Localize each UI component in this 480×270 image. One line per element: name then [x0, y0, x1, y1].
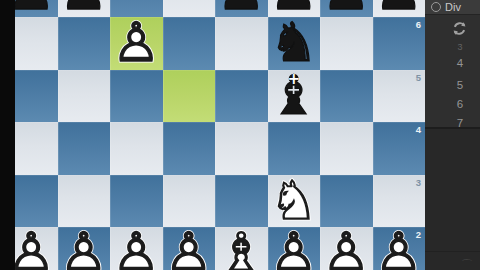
level-item-3[interactable]: 3 — [451, 41, 469, 53]
rank-label-5: 5 — [405, 72, 421, 83]
chess-board[interactable]: ♟♟♟♟♟♟♟♙♞♝+♞♘♟♙♟♙♟♙♟♙♝♗♟♙♟♙♟♙ 65432 — [0, 0, 425, 270]
black-pawn-e7[interactable]: ♟ — [215, 0, 268, 17]
level-item-4[interactable]: 4 — [451, 57, 469, 69]
square-e3[interactable] — [215, 175, 268, 228]
square-e7[interactable]: ♟ — [215, 0, 268, 17]
black-pawn-h7[interactable]: ♟ — [373, 0, 426, 17]
panel-header: Div — [425, 0, 480, 15]
square-c5[interactable] — [110, 70, 163, 123]
square-c6[interactable]: ♟♙ — [110, 17, 163, 70]
level-item-6[interactable]: 6 — [451, 98, 469, 110]
square-c4[interactable] — [110, 122, 163, 175]
square-d4[interactable] — [163, 122, 216, 175]
square-e2[interactable]: ♝♗ — [215, 227, 268, 270]
level-item-5[interactable]: 5 — [451, 79, 469, 91]
side-panel: Div 34567 ⌒ — [425, 0, 480, 270]
square-g5[interactable] — [320, 70, 373, 123]
panel-divider — [425, 127, 480, 129]
square-b7[interactable]: ♟ — [58, 0, 111, 17]
left-letterbox — [0, 0, 15, 270]
white-pawn-f2[interactable]: ♟♙ — [268, 227, 321, 270]
board-grid: ♟♟♟♟♟♟♟♙♞♝+♞♘♟♙♟♙♟♙♟♙♝♗♟♙♟♙♟♙ — [5, 0, 425, 270]
square-f2[interactable]: ♟♙ — [268, 227, 321, 270]
white-pawn-c6[interactable]: ♟♙ — [110, 17, 163, 70]
panel-title: Div — [445, 1, 461, 13]
white-pawn-d2[interactable]: ♟♙ — [163, 227, 216, 270]
square-g4[interactable] — [320, 122, 373, 175]
square-d5[interactable] — [163, 70, 216, 123]
white-pawn-c2[interactable]: ♟♙ — [110, 227, 163, 270]
square-h7[interactable]: ♟ — [373, 0, 426, 17]
square-f4[interactable] — [268, 122, 321, 175]
black-bishop-f5[interactable]: ♝+ — [268, 70, 321, 123]
square-b6[interactable] — [58, 17, 111, 70]
square-b5[interactable] — [58, 70, 111, 123]
black-pawn-g7[interactable]: ♟ — [320, 0, 373, 17]
radio-icon[interactable] — [431, 2, 441, 12]
square-d3[interactable] — [163, 175, 216, 228]
bottom-icon: ⌒ — [461, 257, 473, 270]
square-b3[interactable] — [58, 175, 111, 228]
square-g6[interactable] — [320, 17, 373, 70]
square-g2[interactable]: ♟♙ — [320, 227, 373, 270]
square-c2[interactable]: ♟♙ — [110, 227, 163, 270]
square-g7[interactable]: ♟ — [320, 0, 373, 17]
square-e6[interactable] — [215, 17, 268, 70]
white-bishop-e2[interactable]: ♝♗ — [215, 227, 268, 270]
level-list[interactable]: 34567 — [425, 15, 480, 127]
square-f5[interactable]: ♝+ — [268, 70, 321, 123]
screen: ♟♟♟♟♟♟♟♙♞♝+♞♘♟♙♟♙♟♙♟♙♝♗♟♙♟♙♟♙ 65432 Div … — [0, 0, 480, 270]
square-g3[interactable] — [320, 175, 373, 228]
rank-label-4: 4 — [405, 124, 421, 135]
rank-label-6: 6 — [405, 19, 421, 30]
black-pawn-b7[interactable]: ♟ — [58, 0, 111, 17]
rank-label-3: 3 — [405, 177, 421, 188]
square-b4[interactable] — [58, 122, 111, 175]
square-b2[interactable]: ♟♙ — [58, 227, 111, 270]
square-e4[interactable] — [215, 122, 268, 175]
white-knight-f3[interactable]: ♞♘ — [268, 175, 321, 228]
panel-divider-2 — [425, 251, 480, 252]
level-item-7[interactable]: 7 — [451, 117, 469, 127]
square-d7[interactable] — [163, 0, 216, 17]
square-e5[interactable] — [215, 70, 268, 123]
square-f3[interactable]: ♞♘ — [268, 175, 321, 228]
white-pawn-g2[interactable]: ♟♙ — [320, 227, 373, 270]
square-d6[interactable] — [163, 17, 216, 70]
square-d2[interactable]: ♟♙ — [163, 227, 216, 270]
rank-label-2: 2 — [405, 229, 421, 240]
white-pawn-b2[interactable]: ♟♙ — [58, 227, 111, 270]
refresh-icon[interactable] — [451, 20, 468, 37]
square-c3[interactable] — [110, 175, 163, 228]
